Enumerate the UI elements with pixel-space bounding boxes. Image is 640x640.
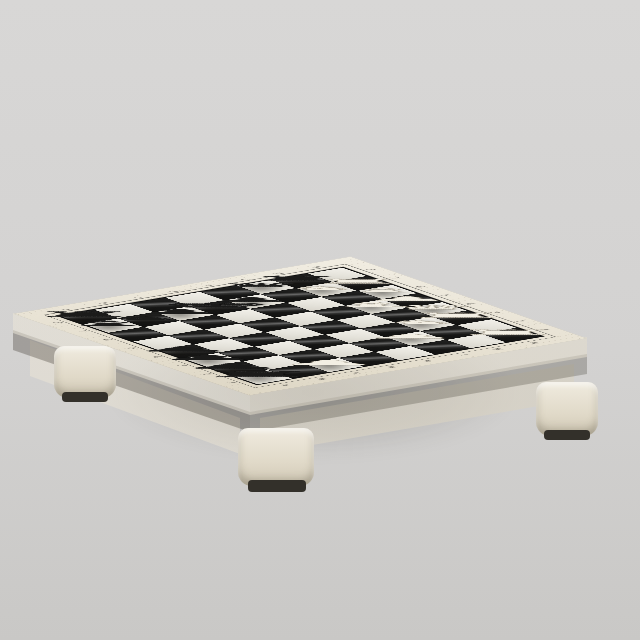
chess-board: 8877665544332211hhggffeeddccbbaa ♜♛♜♝♞♟♚… (13, 257, 587, 396)
white-bishop-glyph: ♝ (282, 287, 482, 293)
white-queen-glyph: ♛ (332, 304, 532, 310)
white-rook-glyph: ♜ (357, 312, 557, 319)
black-bishop-glyph: ♝ (9, 320, 209, 327)
chess-scene: 8877665544332211hhggffeeddccbbaa ♜♛♜♝♞♟♚… (0, 0, 640, 640)
white-knight-glyph: ♞ (321, 320, 521, 325)
